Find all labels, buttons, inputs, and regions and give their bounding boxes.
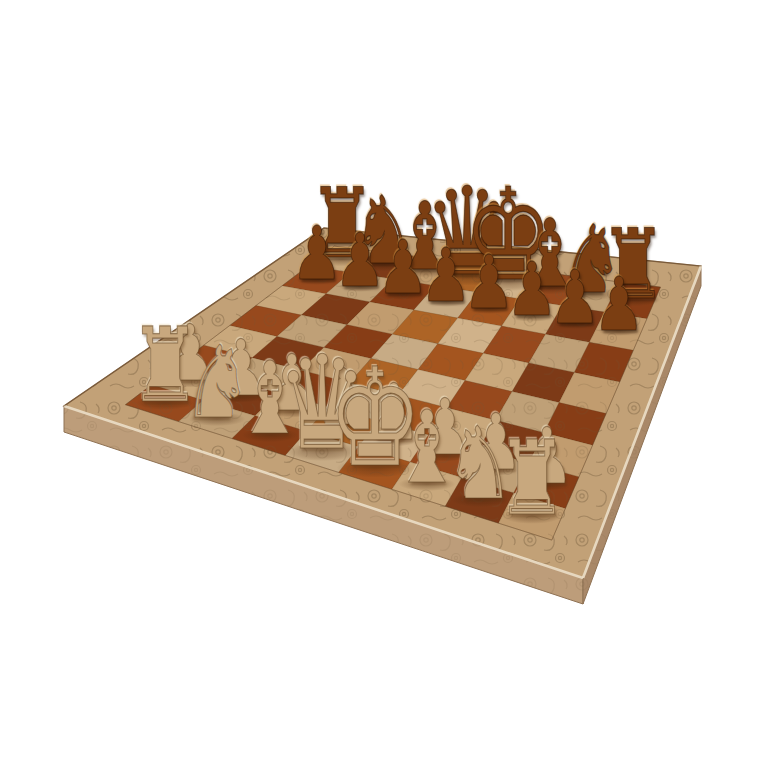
product-photo: ♜♞♝♛♚♝♞♜♟♟♟♟♟♟♟♟♟♟♟♟♟♟♟♟♜♞♝♛♚♝♞♜ [0, 0, 767, 767]
chess-board [0, 0, 767, 767]
